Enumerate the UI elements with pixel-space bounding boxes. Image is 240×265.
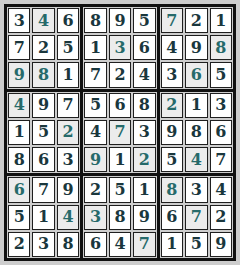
sudoku-frame: 3467259818951367247214983654971528635684… [0,0,240,265]
cell-r4c4[interactable]: 5 [84,93,106,118]
cell-r6c4[interactable]: 9 [84,147,106,172]
cell-r4c1[interactable]: 4 [8,93,30,118]
cell-r1c5[interactable]: 9 [109,8,131,33]
cell-r5c9[interactable]: 6 [210,120,232,145]
cell-r5c4[interactable]: 4 [84,120,106,145]
box-2: 895136724 [83,7,156,89]
box-4: 497152863 [7,92,80,174]
cell-r5c3[interactable]: 2 [57,120,79,145]
cell-r4c5[interactable]: 6 [109,93,131,118]
box-6: 213986547 [160,92,233,174]
cell-r9c4[interactable]: 6 [84,232,106,257]
cell-r8c3[interactable]: 4 [57,205,79,230]
box-5: 568473912 [83,92,156,174]
cell-r2c4[interactable]: 1 [84,35,106,60]
cell-r7c2[interactable]: 7 [32,177,54,202]
cell-r6c8[interactable]: 4 [185,147,207,172]
cell-r9c9[interactable]: 9 [210,232,232,257]
cell-r8c5[interactable]: 8 [109,205,131,230]
cell-r2c6[interactable]: 6 [133,35,155,60]
box-8: 251389647 [83,176,156,258]
cell-r4c3[interactable]: 7 [57,93,79,118]
cell-r6c3[interactable]: 3 [57,147,79,172]
cell-r6c2[interactable]: 6 [32,147,54,172]
cell-r4c9[interactable]: 3 [210,93,232,118]
cell-r9c5[interactable]: 4 [109,232,131,257]
cell-r6c1[interactable]: 8 [8,147,30,172]
cell-r2c3[interactable]: 5 [57,35,79,60]
cell-r3c6[interactable]: 4 [133,62,155,87]
cell-r2c1[interactable]: 7 [8,35,30,60]
cell-r1c1[interactable]: 3 [8,8,30,33]
cell-r7c3[interactable]: 9 [57,177,79,202]
cell-r5c6[interactable]: 3 [133,120,155,145]
cell-r8c8[interactable]: 7 [185,205,207,230]
cell-r9c1[interactable]: 2 [8,232,30,257]
cell-r5c7[interactable]: 9 [161,120,183,145]
box-7: 679514238 [7,176,80,258]
cell-r3c5[interactable]: 2 [109,62,131,87]
cell-r2c2[interactable]: 2 [32,35,54,60]
cell-r2c8[interactable]: 9 [185,35,207,60]
cell-r3c1[interactable]: 9 [8,62,30,87]
box-9: 834672159 [160,176,233,258]
cell-r4c6[interactable]: 8 [133,93,155,118]
cell-r6c7[interactable]: 5 [161,147,183,172]
cell-r4c8[interactable]: 1 [185,93,207,118]
cell-r5c8[interactable]: 8 [185,120,207,145]
sudoku-board: 3467259818951367247214983654971528635684… [4,4,236,261]
cell-r1c2[interactable]: 4 [32,8,54,33]
cell-r4c7[interactable]: 2 [161,93,183,118]
cell-r1c7[interactable]: 7 [161,8,183,33]
cell-r7c7[interactable]: 8 [161,177,183,202]
cell-r9c8[interactable]: 5 [185,232,207,257]
cell-r7c5[interactable]: 5 [109,177,131,202]
cell-r7c9[interactable]: 4 [210,177,232,202]
cell-r3c7[interactable]: 3 [161,62,183,87]
cell-r5c2[interactable]: 5 [32,120,54,145]
cell-r1c9[interactable]: 1 [210,8,232,33]
cell-r1c6[interactable]: 5 [133,8,155,33]
box-3: 721498365 [160,7,233,89]
cell-r7c8[interactable]: 3 [185,177,207,202]
cell-r7c1[interactable]: 6 [8,177,30,202]
cell-r4c2[interactable]: 9 [32,93,54,118]
cell-r7c4[interactable]: 2 [84,177,106,202]
box-1: 346725981 [7,7,80,89]
cell-r6c5[interactable]: 1 [109,147,131,172]
cell-r2c7[interactable]: 4 [161,35,183,60]
cell-r3c4[interactable]: 7 [84,62,106,87]
cell-r6c6[interactable]: 2 [133,147,155,172]
cell-r9c2[interactable]: 3 [32,232,54,257]
cell-r8c2[interactable]: 1 [32,205,54,230]
cell-r5c1[interactable]: 1 [8,120,30,145]
cell-r8c9[interactable]: 2 [210,205,232,230]
cell-r7c6[interactable]: 1 [133,177,155,202]
cell-r3c2[interactable]: 8 [32,62,54,87]
cell-r1c4[interactable]: 8 [84,8,106,33]
cell-r6c9[interactable]: 7 [210,147,232,172]
cell-r8c6[interactable]: 9 [133,205,155,230]
cell-r3c9[interactable]: 5 [210,62,232,87]
cell-r9c6[interactable]: 7 [133,232,155,257]
cell-r9c3[interactable]: 8 [57,232,79,257]
cell-r8c7[interactable]: 6 [161,205,183,230]
cell-r2c9[interactable]: 8 [210,35,232,60]
cell-r5c5[interactable]: 7 [109,120,131,145]
cell-r1c3[interactable]: 6 [57,8,79,33]
cell-r3c3[interactable]: 1 [57,62,79,87]
cell-r9c7[interactable]: 1 [161,232,183,257]
cell-r1c8[interactable]: 2 [185,8,207,33]
cell-r3c8[interactable]: 6 [185,62,207,87]
cell-r8c4[interactable]: 3 [84,205,106,230]
cell-r2c5[interactable]: 3 [109,35,131,60]
cell-r8c1[interactable]: 5 [8,205,30,230]
